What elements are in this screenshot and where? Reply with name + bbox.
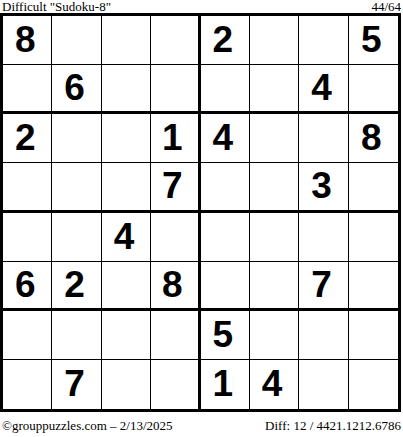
cell-r1c5: 2 bbox=[201, 16, 250, 65]
cell-r8c2: 7 bbox=[52, 360, 101, 409]
cell-r3c8: 8 bbox=[349, 114, 398, 163]
sudoku-grid: 82564214873462875714 bbox=[0, 13, 401, 412]
cell-r2c1[interactable] bbox=[3, 65, 52, 114]
cell-r5c3: 4 bbox=[102, 213, 151, 262]
cell-r8c5: 1 bbox=[201, 360, 250, 409]
cell-r7c4[interactable] bbox=[151, 311, 200, 360]
cell-r5c2[interactable] bbox=[52, 213, 101, 262]
cell-r7c6[interactable] bbox=[250, 311, 299, 360]
cell-r3c6[interactable] bbox=[250, 114, 299, 163]
cell-r3c3[interactable] bbox=[102, 114, 151, 163]
cell-r6c6[interactable] bbox=[250, 262, 299, 311]
puzzle-title: Difficult "Sudoku-8" bbox=[2, 0, 111, 13]
cell-r6c2: 2 bbox=[52, 262, 101, 311]
cell-r4c7: 3 bbox=[299, 163, 348, 212]
cell-r1c4[interactable] bbox=[151, 16, 200, 65]
cell-r5c8[interactable] bbox=[349, 213, 398, 262]
cell-r6c3[interactable] bbox=[102, 262, 151, 311]
cell-r1c2[interactable] bbox=[52, 16, 101, 65]
cell-r4c4: 7 bbox=[151, 163, 200, 212]
cell-r6c4: 8 bbox=[151, 262, 200, 311]
cell-r3c4: 1 bbox=[151, 114, 200, 163]
cell-r8c3[interactable] bbox=[102, 360, 151, 409]
cell-r8c4[interactable] bbox=[151, 360, 200, 409]
cell-r5c5[interactable] bbox=[201, 213, 250, 262]
cell-r1c7[interactable] bbox=[299, 16, 348, 65]
cell-r4c6[interactable] bbox=[250, 163, 299, 212]
cell-r5c7[interactable] bbox=[299, 213, 348, 262]
cell-r2c7: 4 bbox=[299, 65, 348, 114]
cell-r4c3[interactable] bbox=[102, 163, 151, 212]
cell-r7c5: 5 bbox=[201, 311, 250, 360]
cell-r2c8[interactable] bbox=[349, 65, 398, 114]
cell-r1c1: 8 bbox=[3, 16, 52, 65]
cell-r5c6[interactable] bbox=[250, 213, 299, 262]
cell-r8c6: 4 bbox=[250, 360, 299, 409]
cell-r6c7: 7 bbox=[299, 262, 348, 311]
cell-r4c2[interactable] bbox=[52, 163, 101, 212]
cell-r7c2[interactable] bbox=[52, 311, 101, 360]
cell-r1c8: 5 bbox=[349, 16, 398, 65]
cell-r4c1[interactable] bbox=[3, 163, 52, 212]
cell-r2c4[interactable] bbox=[151, 65, 200, 114]
cell-r3c5: 4 bbox=[201, 114, 250, 163]
cell-r4c5[interactable] bbox=[201, 163, 250, 212]
cell-r4c8[interactable] bbox=[349, 163, 398, 212]
cell-r3c2[interactable] bbox=[52, 114, 101, 163]
cell-r2c5[interactable] bbox=[201, 65, 250, 114]
header: Difficult "Sudoku-8" 44/64 bbox=[2, 0, 401, 13]
puzzle-counter: 44/64 bbox=[371, 0, 401, 13]
cell-r2c3[interactable] bbox=[102, 65, 151, 114]
copyright-text: ©grouppuzzles.com – 2/13/2025 bbox=[2, 419, 173, 433]
footer: ©grouppuzzles.com – 2/13/2025 Diff: 12 /… bbox=[2, 418, 401, 433]
cell-r2c6[interactable] bbox=[250, 65, 299, 114]
cell-r2c2: 6 bbox=[52, 65, 101, 114]
cell-r8c7[interactable] bbox=[299, 360, 348, 409]
cell-r7c1[interactable] bbox=[3, 311, 52, 360]
cell-r3c1: 2 bbox=[3, 114, 52, 163]
cell-r8c1[interactable] bbox=[3, 360, 52, 409]
cell-r1c3[interactable] bbox=[102, 16, 151, 65]
cell-r6c8[interactable] bbox=[349, 262, 398, 311]
cell-r1c6[interactable] bbox=[250, 16, 299, 65]
cell-r7c8[interactable] bbox=[349, 311, 398, 360]
cell-r6c1: 6 bbox=[3, 262, 52, 311]
cell-r8c8[interactable] bbox=[349, 360, 398, 409]
cell-r7c7[interactable] bbox=[299, 311, 348, 360]
cell-r7c3[interactable] bbox=[102, 311, 151, 360]
cell-r6c5[interactable] bbox=[201, 262, 250, 311]
cell-r3c7[interactable] bbox=[299, 114, 348, 163]
difficulty-text: Diff: 12 / 4421.1212.6786 bbox=[265, 419, 401, 433]
cell-r5c1[interactable] bbox=[3, 213, 52, 262]
cell-r5c4[interactable] bbox=[151, 213, 200, 262]
